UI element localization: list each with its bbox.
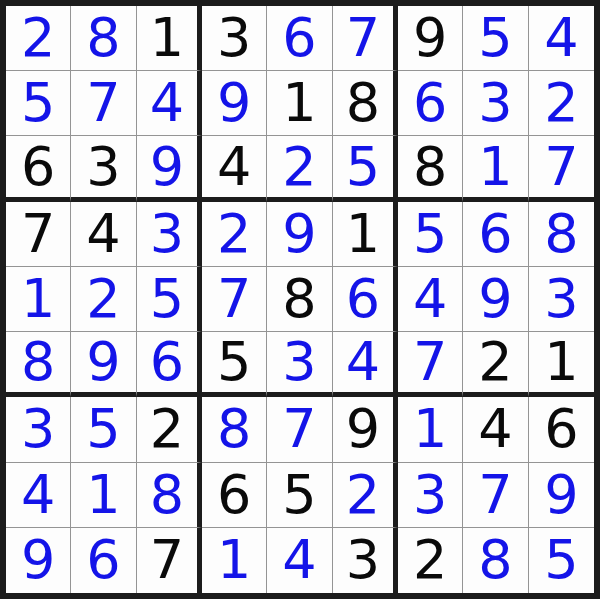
- cell-r1c3[interactable]: 1: [137, 6, 202, 71]
- cell-r5c3[interactable]: 5: [137, 267, 202, 332]
- cell-r3c6[interactable]: 5: [333, 136, 398, 201]
- cell-r8c1[interactable]: 4: [6, 463, 71, 528]
- cell-r1c2[interactable]: 8: [71, 6, 136, 71]
- cell-r5c7[interactable]: 4: [398, 267, 463, 332]
- cell-r5c2[interactable]: 2: [71, 267, 136, 332]
- cell-r8c7[interactable]: 3: [398, 463, 463, 528]
- cell-r6c4[interactable]: 5: [202, 332, 267, 397]
- cell-r7c1[interactable]: 3: [6, 397, 71, 462]
- cell-r3c9[interactable]: 7: [529, 136, 594, 201]
- cell-r2c3[interactable]: 4: [137, 71, 202, 136]
- cell-r3c1[interactable]: 6: [6, 136, 71, 201]
- cell-r7c5[interactable]: 7: [267, 397, 332, 462]
- cell-r4c5[interactable]: 9: [267, 202, 332, 267]
- cell-r2c8[interactable]: 3: [463, 71, 528, 136]
- cell-r8c5[interactable]: 5: [267, 463, 332, 528]
- cell-r9c6[interactable]: 3: [333, 528, 398, 593]
- cell-r4c7[interactable]: 5: [398, 202, 463, 267]
- cell-r2c2[interactable]: 7: [71, 71, 136, 136]
- cell-r1c4[interactable]: 3: [202, 6, 267, 71]
- cell-r3c2[interactable]: 3: [71, 136, 136, 201]
- cell-r3c8[interactable]: 1: [463, 136, 528, 201]
- cell-r8c4[interactable]: 6: [202, 463, 267, 528]
- cell-r1c6[interactable]: 7: [333, 6, 398, 71]
- cell-r5c1[interactable]: 1: [6, 267, 71, 332]
- cell-r9c4[interactable]: 1: [202, 528, 267, 593]
- cell-r9c3[interactable]: 7: [137, 528, 202, 593]
- cell-r8c8[interactable]: 7: [463, 463, 528, 528]
- cell-r6c1[interactable]: 8: [6, 332, 71, 397]
- cell-r9c5[interactable]: 4: [267, 528, 332, 593]
- cell-r2c5[interactable]: 1: [267, 71, 332, 136]
- cell-r5c6[interactable]: 6: [333, 267, 398, 332]
- cell-r3c4[interactable]: 4: [202, 136, 267, 201]
- cell-r6c8[interactable]: 2: [463, 332, 528, 397]
- cell-r7c9[interactable]: 6: [529, 397, 594, 462]
- cell-r9c9[interactable]: 5: [529, 528, 594, 593]
- cell-r4c3[interactable]: 3: [137, 202, 202, 267]
- cell-r6c7[interactable]: 7: [398, 332, 463, 397]
- cell-r4c9[interactable]: 8: [529, 202, 594, 267]
- cell-r2c6[interactable]: 8: [333, 71, 398, 136]
- cell-r5c8[interactable]: 9: [463, 267, 528, 332]
- cell-r1c9[interactable]: 4: [529, 6, 594, 71]
- cell-r4c1[interactable]: 7: [6, 202, 71, 267]
- cell-r2c7[interactable]: 6: [398, 71, 463, 136]
- cell-r6c3[interactable]: 6: [137, 332, 202, 397]
- cell-r2c4[interactable]: 9: [202, 71, 267, 136]
- cell-r7c8[interactable]: 4: [463, 397, 528, 462]
- cell-r8c2[interactable]: 1: [71, 463, 136, 528]
- cell-r8c6[interactable]: 2: [333, 463, 398, 528]
- cell-r2c9[interactable]: 2: [529, 71, 594, 136]
- cell-r8c3[interactable]: 8: [137, 463, 202, 528]
- cell-r6c5[interactable]: 3: [267, 332, 332, 397]
- cell-r6c6[interactable]: 4: [333, 332, 398, 397]
- cell-r3c7[interactable]: 8: [398, 136, 463, 201]
- cell-r9c7[interactable]: 2: [398, 528, 463, 593]
- cell-r1c7[interactable]: 9: [398, 6, 463, 71]
- cell-r5c4[interactable]: 7: [202, 267, 267, 332]
- cell-r7c6[interactable]: 9: [333, 397, 398, 462]
- cell-r6c9[interactable]: 1: [529, 332, 594, 397]
- cell-r4c4[interactable]: 2: [202, 202, 267, 267]
- cell-r1c5[interactable]: 6: [267, 6, 332, 71]
- cell-r3c3[interactable]: 9: [137, 136, 202, 201]
- cell-r4c2[interactable]: 4: [71, 202, 136, 267]
- cell-r4c6[interactable]: 1: [333, 202, 398, 267]
- cell-r2c1[interactable]: 5: [6, 71, 71, 136]
- cell-r5c9[interactable]: 3: [529, 267, 594, 332]
- cell-r8c9[interactable]: 9: [529, 463, 594, 528]
- cell-r6c2[interactable]: 9: [71, 332, 136, 397]
- cell-r3c5[interactable]: 2: [267, 136, 332, 201]
- cell-r7c2[interactable]: 5: [71, 397, 136, 462]
- cell-r5c5[interactable]: 8: [267, 267, 332, 332]
- cell-r9c8[interactable]: 8: [463, 528, 528, 593]
- cell-r7c7[interactable]: 1: [398, 397, 463, 462]
- sudoku-board: 2813679545749186326394258177432915681257…: [0, 0, 600, 599]
- cell-r7c3[interactable]: 2: [137, 397, 202, 462]
- cell-r9c2[interactable]: 6: [71, 528, 136, 593]
- cell-r4c8[interactable]: 6: [463, 202, 528, 267]
- cell-r1c8[interactable]: 5: [463, 6, 528, 71]
- cell-r9c1[interactable]: 9: [6, 528, 71, 593]
- cell-r1c1[interactable]: 2: [6, 6, 71, 71]
- cell-r7c4[interactable]: 8: [202, 397, 267, 462]
